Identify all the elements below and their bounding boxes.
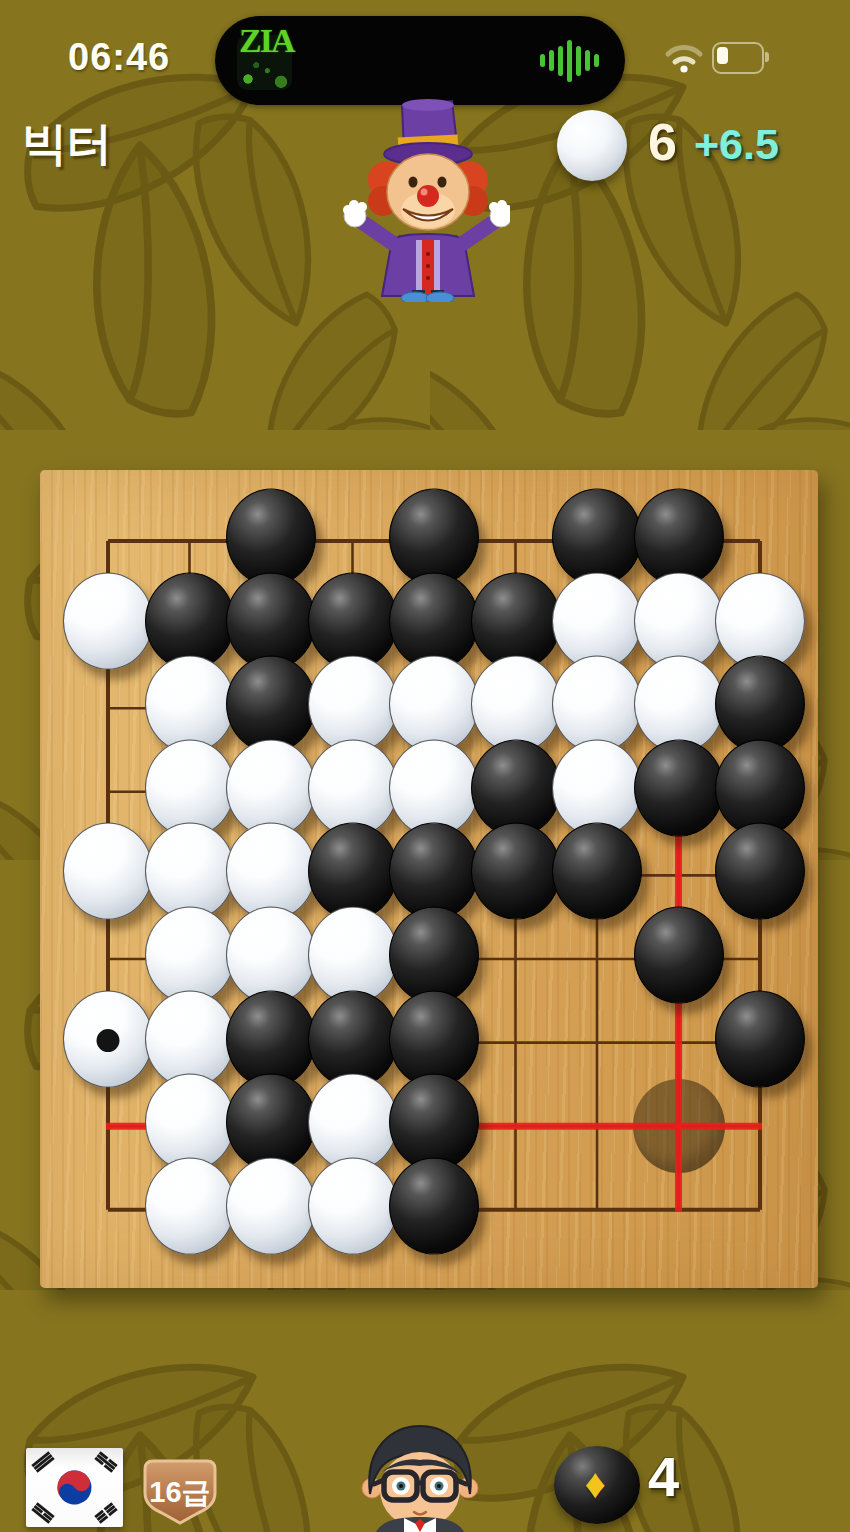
black-captures-count: 4 [648,1444,679,1509]
stone-white [145,990,235,1087]
stone-black [226,1074,316,1171]
white-stone-indicator [557,110,627,181]
stone-black [471,572,561,669]
black-stone-indicator: ♦ [554,1446,640,1524]
stone-black [634,489,724,586]
stone-black [552,823,642,920]
stone-white [308,1157,398,1254]
go-game-screen: 06:46 ZIA 빅터 [0,0,850,1532]
wifi-icon [664,42,704,74]
stone-white [226,739,316,836]
black-player-avatar-boy[interactable] [360,1420,480,1532]
stone-black [226,572,316,669]
stone-white [145,823,235,920]
stone-black [389,990,479,1087]
stone-black [471,739,561,836]
stone-black [308,823,398,920]
stone-black [226,990,316,1087]
stone-white [63,572,153,669]
preview-stone-cursor[interactable] [633,1079,725,1173]
stone-black [389,1074,479,1171]
battery-icon [712,42,764,74]
stone-white [145,907,235,1004]
stone-white [634,656,724,753]
stone-white [634,572,724,669]
clock-time: 06:46 [68,36,170,79]
stone-black [389,907,479,1004]
stone-white [63,990,153,1087]
stone-white [308,739,398,836]
stone-white [145,739,235,836]
white-player-avatar-clown[interactable] [340,98,510,302]
stone-white [308,1074,398,1171]
stone-black [715,823,805,920]
stone-white [226,1157,316,1254]
diamond-icon: ♦ [585,1460,606,1508]
stone-black [471,823,561,920]
stone-black [552,489,642,586]
last-move-marker [97,1029,120,1052]
black-player-rank: 16급 [149,1476,210,1508]
stone-white [226,907,316,1004]
stone-black [715,656,805,753]
stone-white [308,907,398,1004]
stone-white [552,739,642,836]
komi-value: +6.5 [694,120,779,169]
stone-white [63,823,153,920]
stone-white [226,823,316,920]
stone-white [552,572,642,669]
stone-black [389,489,479,586]
stone-black [389,823,479,920]
stone-white [308,656,398,753]
stone-black [226,489,316,586]
dynamic-island-music[interactable]: ZIA [215,16,625,105]
stone-white [145,1157,235,1254]
stone-black [145,572,235,669]
stone-white [389,656,479,753]
audio-waveform-icon [540,16,599,105]
south-korea-flag-icon [26,1448,123,1527]
stone-black [308,990,398,1087]
white-captures-count: 6 [648,112,677,172]
stone-black [389,1157,479,1254]
go-board[interactable] [40,470,818,1288]
stone-white [715,572,805,669]
stone-black [715,739,805,836]
white-player-name: 빅터 [22,114,112,174]
artist-logo: ZIA [239,22,293,60]
stone-white [471,656,561,753]
stone-black [308,572,398,669]
rank-badge: 16급 [142,1458,218,1528]
stone-white [552,656,642,753]
stone-white [389,739,479,836]
stone-black [634,907,724,1004]
stone-black [226,656,316,753]
stone-white [145,656,235,753]
stone-black [715,990,805,1087]
stone-white [145,1074,235,1171]
stone-black [389,572,479,669]
stone-black [634,739,724,836]
